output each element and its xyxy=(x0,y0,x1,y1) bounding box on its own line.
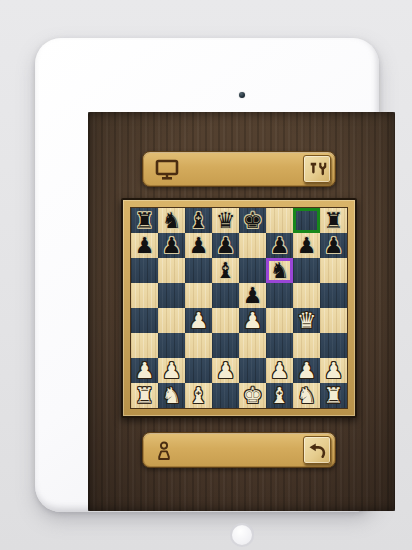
home-button[interactable] xyxy=(230,523,254,547)
square-b1[interactable]: ♞ xyxy=(158,383,185,408)
square-a7[interactable]: ♟ xyxy=(131,233,158,258)
square-g4[interactable]: ♛ xyxy=(293,308,320,333)
square-a2[interactable]: ♟ xyxy=(131,358,158,383)
square-c4[interactable]: ♟ xyxy=(185,308,212,333)
square-f7[interactable]: ♟ xyxy=(266,233,293,258)
square-a6[interactable] xyxy=(131,258,158,283)
square-f6[interactable]: ♞ xyxy=(266,258,293,283)
square-h6[interactable] xyxy=(320,258,347,283)
tools-icon xyxy=(308,160,327,179)
chess-board: ♜♞♝♛♚♜♟♟♟♟♟♟♟♝♞♟♟♟♛♟♟♟♟♟♟♜♞♝♚♝♞♜ xyxy=(121,198,357,418)
square-c2[interactable] xyxy=(185,358,212,383)
square-d8[interactable]: ♛ xyxy=(212,208,239,233)
piece-white-pawn: ♟ xyxy=(243,308,263,333)
square-c6[interactable] xyxy=(185,258,212,283)
square-d4[interactable] xyxy=(212,308,239,333)
square-h5[interactable] xyxy=(320,283,347,308)
piece-black-bishop: ♝ xyxy=(189,208,209,233)
square-a3[interactable] xyxy=(131,333,158,358)
square-e6[interactable] xyxy=(239,258,266,283)
piece-white-king: ♚ xyxy=(243,383,263,408)
piece-white-pawn: ♟ xyxy=(270,358,290,383)
square-e8[interactable]: ♚ xyxy=(239,208,266,233)
settings-button[interactable] xyxy=(303,155,331,183)
game-screen: ♜♞♝♛♚♜♟♟♟♟♟♟♟♝♞♟♟♟♛♟♟♟♟♟♟♜♞♝♚♝♞♜ xyxy=(88,112,395,511)
square-c1[interactable]: ♝ xyxy=(185,383,212,408)
square-a4[interactable] xyxy=(131,308,158,333)
square-h8[interactable]: ♜ xyxy=(320,208,347,233)
square-b2[interactable]: ♟ xyxy=(158,358,185,383)
square-d1[interactable] xyxy=(212,383,239,408)
square-a1[interactable]: ♜ xyxy=(131,383,158,408)
square-f2[interactable]: ♟ xyxy=(266,358,293,383)
computer-opponent-icon xyxy=(155,159,179,180)
square-e2[interactable] xyxy=(239,358,266,383)
square-h3[interactable] xyxy=(320,333,347,358)
piece-white-pawn: ♟ xyxy=(324,358,344,383)
square-f4[interactable] xyxy=(266,308,293,333)
square-h1[interactable]: ♜ xyxy=(320,383,347,408)
square-e4[interactable]: ♟ xyxy=(239,308,266,333)
square-f5[interactable] xyxy=(266,283,293,308)
square-e3[interactable] xyxy=(239,333,266,358)
board-grid: ♜♞♝♛♚♜♟♟♟♟♟♟♟♝♞♟♟♟♛♟♟♟♟♟♟♜♞♝♚♝♞♜ xyxy=(130,207,348,409)
square-e7[interactable] xyxy=(239,233,266,258)
piece-black-bishop: ♝ xyxy=(216,258,236,283)
piece-black-pawn: ♟ xyxy=(243,283,263,308)
square-h7[interactable]: ♟ xyxy=(320,233,347,258)
square-d2[interactable]: ♟ xyxy=(212,358,239,383)
piece-black-king: ♚ xyxy=(243,208,263,233)
piece-white-bishop: ♝ xyxy=(189,383,209,408)
square-d3[interactable] xyxy=(212,333,239,358)
piece-white-pawn: ♟ xyxy=(297,358,317,383)
square-c5[interactable] xyxy=(185,283,212,308)
opponent-bar xyxy=(142,151,336,187)
undo-button[interactable] xyxy=(303,436,331,464)
piece-black-knight: ♞ xyxy=(270,258,290,283)
piece-black-queen: ♛ xyxy=(216,208,236,233)
undo-arrow-icon xyxy=(307,441,327,460)
square-a8[interactable]: ♜ xyxy=(131,208,158,233)
piece-black-pawn: ♟ xyxy=(270,233,290,258)
square-e5[interactable]: ♟ xyxy=(239,283,266,308)
square-a5[interactable] xyxy=(131,283,158,308)
piece-black-pawn: ♟ xyxy=(324,233,344,258)
square-g2[interactable]: ♟ xyxy=(293,358,320,383)
square-g7[interactable]: ♟ xyxy=(293,233,320,258)
square-d5[interactable] xyxy=(212,283,239,308)
square-b4[interactable] xyxy=(158,308,185,333)
square-c7[interactable]: ♟ xyxy=(185,233,212,258)
piece-black-pawn: ♟ xyxy=(162,233,182,258)
square-b8[interactable]: ♞ xyxy=(158,208,185,233)
piece-white-bishop: ♝ xyxy=(270,383,290,408)
piece-white-queen: ♛ xyxy=(297,308,317,333)
square-h2[interactable]: ♟ xyxy=(320,358,347,383)
square-g8[interactable] xyxy=(293,208,320,233)
square-b3[interactable] xyxy=(158,333,185,358)
square-b5[interactable] xyxy=(158,283,185,308)
piece-white-pawn: ♟ xyxy=(189,308,209,333)
square-f3[interactable] xyxy=(266,333,293,358)
piece-white-pawn: ♟ xyxy=(216,358,236,383)
piece-black-rook: ♜ xyxy=(324,208,344,233)
piece-black-pawn: ♟ xyxy=(135,233,155,258)
piece-black-knight: ♞ xyxy=(162,208,182,233)
tablet-frame: ♜♞♝♛♚♜♟♟♟♟♟♟♟♝♞♟♟♟♛♟♟♟♟♟♟♜♞♝♚♝♞♜ xyxy=(35,38,379,512)
camera-dot xyxy=(239,92,245,98)
piece-black-rook: ♜ xyxy=(135,208,155,233)
square-c3[interactable] xyxy=(185,333,212,358)
square-g6[interactable] xyxy=(293,258,320,283)
piece-white-knight: ♞ xyxy=(162,383,182,408)
square-g1[interactable]: ♞ xyxy=(293,383,320,408)
piece-white-rook: ♜ xyxy=(324,383,344,408)
square-d6[interactable]: ♝ xyxy=(212,258,239,283)
player-icon xyxy=(155,440,173,461)
square-f1[interactable]: ♝ xyxy=(266,383,293,408)
piece-white-pawn: ♟ xyxy=(135,358,155,383)
square-e1[interactable]: ♚ xyxy=(239,383,266,408)
piece-white-knight: ♞ xyxy=(297,383,317,408)
piece-black-pawn: ♟ xyxy=(216,233,236,258)
square-h4[interactable] xyxy=(320,308,347,333)
square-c8[interactable]: ♝ xyxy=(185,208,212,233)
square-d7[interactable]: ♟ xyxy=(212,233,239,258)
square-g3[interactable] xyxy=(293,333,320,358)
piece-black-pawn: ♟ xyxy=(297,233,317,258)
square-b6[interactable] xyxy=(158,258,185,283)
square-b7[interactable]: ♟ xyxy=(158,233,185,258)
player-bar xyxy=(142,432,336,468)
square-g5[interactable] xyxy=(293,283,320,308)
piece-white-rook: ♜ xyxy=(135,383,155,408)
square-f8[interactable] xyxy=(266,208,293,233)
piece-white-pawn: ♟ xyxy=(162,358,182,383)
piece-black-pawn: ♟ xyxy=(189,233,209,258)
